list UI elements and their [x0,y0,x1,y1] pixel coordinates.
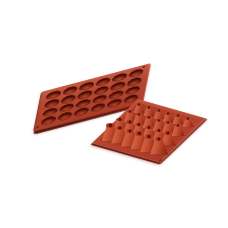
mold-cavity [73,107,89,118]
mold-cavity [57,111,73,122]
mold-cavity [106,98,122,109]
mold-cavity [40,115,56,126]
product-photo [0,0,228,228]
mold-bump [150,139,168,155]
bump-side [150,139,168,155]
mold-cavity [90,102,106,113]
hanging-hole [158,159,162,162]
hanging-hole [142,66,145,69]
hanging-hole [36,126,39,129]
